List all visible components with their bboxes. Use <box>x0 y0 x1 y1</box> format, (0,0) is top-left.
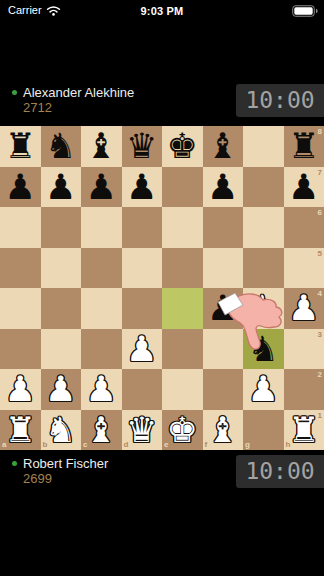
square-g2[interactable]: ♟ <box>243 369 284 410</box>
rank-label-3: 3 <box>318 331 322 339</box>
square-b2[interactable]: ♟ <box>41 369 82 410</box>
piece-white-pawn[interactable]: ♟ <box>41 369 82 410</box>
square-h8[interactable]: ♜8 <box>284 126 324 167</box>
file-label-c: c <box>83 441 87 449</box>
square-h3[interactable]: 3 <box>284 329 324 370</box>
piece-black-pawn[interactable]: ♟ <box>81 167 122 208</box>
file-label-h: h <box>286 441 291 449</box>
opponent-row: Alexander Alekhine 2712 10:00 <box>0 83 324 117</box>
player-row: Robert Fischer 2699 10:00 <box>0 454 324 488</box>
square-c7[interactable]: ♟ <box>81 167 122 208</box>
online-status-dot <box>12 461 17 466</box>
square-e2[interactable] <box>162 369 203 410</box>
square-c1[interactable]: ♝c <box>81 410 122 451</box>
square-d1[interactable]: ♛d <box>122 410 163 451</box>
piece-black-pawn[interactable]: ♟ <box>203 167 244 208</box>
player-rating: 2699 <box>23 471 108 486</box>
piece-black-pawn[interactable]: ♟ <box>203 288 244 329</box>
opponent-name: Alexander Alekhine <box>23 85 134 100</box>
square-g7[interactable] <box>243 167 284 208</box>
square-b7[interactable]: ♟ <box>41 167 82 208</box>
square-a2[interactable]: ♟ <box>0 369 41 410</box>
file-label-a: a <box>2 441 6 449</box>
square-e4[interactable] <box>162 288 203 329</box>
square-g4[interactable]: ♞ <box>243 288 284 329</box>
square-f2[interactable] <box>203 369 244 410</box>
square-g8[interactable] <box>243 126 284 167</box>
square-c2[interactable]: ♟ <box>81 369 122 410</box>
rank-label-8: 8 <box>318 128 322 136</box>
square-a3[interactable] <box>0 329 41 370</box>
square-d5[interactable] <box>122 248 163 289</box>
square-a1[interactable]: ♜a <box>0 410 41 451</box>
square-c5[interactable] <box>81 248 122 289</box>
square-e1[interactable]: ♚e <box>162 410 203 451</box>
square-h7[interactable]: ♟7 <box>284 167 324 208</box>
status-bar: Carrier 9:03 PM <box>0 0 324 24</box>
square-h1[interactable]: ♜1h <box>284 410 324 451</box>
square-b3[interactable] <box>41 329 82 370</box>
square-d8[interactable]: ♛ <box>122 126 163 167</box>
square-b5[interactable] <box>41 248 82 289</box>
square-g6[interactable] <box>243 207 284 248</box>
square-e8[interactable]: ♚ <box>162 126 203 167</box>
rank-label-6: 6 <box>318 209 322 217</box>
square-h5[interactable]: 5 <box>284 248 324 289</box>
piece-black-pawn[interactable]: ♟ <box>122 167 163 208</box>
clock-time: 9:03 PM <box>0 5 324 17</box>
battery-icon <box>292 5 318 17</box>
square-b4[interactable] <box>41 288 82 329</box>
square-b8[interactable]: ♞ <box>41 126 82 167</box>
square-e6[interactable] <box>162 207 203 248</box>
square-f7[interactable]: ♟ <box>203 167 244 208</box>
square-a6[interactable] <box>0 207 41 248</box>
square-f1[interactable]: ♝f <box>203 410 244 451</box>
piece-white-pawn[interactable]: ♟ <box>243 369 284 410</box>
piece-black-knight[interactable]: ♞ <box>243 329 284 370</box>
square-c8[interactable]: ♝ <box>81 126 122 167</box>
piece-black-king[interactable]: ♚ <box>162 126 203 167</box>
piece-black-knight[interactable]: ♞ <box>41 126 82 167</box>
player-clock: 10:00 <box>236 455 324 488</box>
piece-white-pawn[interactable]: ♟ <box>0 369 41 410</box>
square-h4[interactable]: ♟4 <box>284 288 324 329</box>
square-f5[interactable] <box>203 248 244 289</box>
square-h2[interactable]: 2 <box>284 369 324 410</box>
square-a4[interactable] <box>0 288 41 329</box>
square-f6[interactable] <box>203 207 244 248</box>
square-g1[interactable]: g <box>243 410 284 451</box>
square-f4[interactable]: ♟ <box>203 288 244 329</box>
square-c4[interactable] <box>81 288 122 329</box>
rank-label-5: 5 <box>318 250 322 258</box>
square-d6[interactable] <box>122 207 163 248</box>
piece-black-bishop[interactable]: ♝ <box>203 126 244 167</box>
square-d2[interactable] <box>122 369 163 410</box>
rank-label-7: 7 <box>318 169 322 177</box>
piece-black-pawn[interactable]: ♟ <box>41 167 82 208</box>
square-d3[interactable]: ♟ <box>122 329 163 370</box>
square-d4[interactable] <box>122 288 163 329</box>
file-label-f: f <box>205 441 208 449</box>
rank-label-2: 2 <box>318 371 322 379</box>
square-h6[interactable]: 6 <box>284 207 324 248</box>
square-b6[interactable] <box>41 207 82 248</box>
piece-white-knight[interactable]: ♞ <box>243 288 284 329</box>
piece-black-pawn[interactable]: ♟ <box>0 167 41 208</box>
piece-white-pawn[interactable]: ♟ <box>81 369 122 410</box>
opponent-rating: 2712 <box>23 100 134 115</box>
square-b1[interactable]: ♞b <box>41 410 82 451</box>
rank-label-4: 4 <box>318 290 322 298</box>
piece-black-queen[interactable]: ♛ <box>122 126 163 167</box>
piece-white-bishop[interactable]: ♝ <box>203 410 244 451</box>
piece-black-bishop[interactable]: ♝ <box>81 126 122 167</box>
file-label-d: d <box>124 441 129 449</box>
square-g3[interactable]: ♞ <box>243 329 284 370</box>
square-f8[interactable]: ♝ <box>203 126 244 167</box>
player-name: Robert Fischer <box>23 456 108 471</box>
square-g5[interactable] <box>243 248 284 289</box>
square-e7[interactable] <box>162 167 203 208</box>
opponent-clock: 10:00 <box>236 84 324 117</box>
square-e3[interactable] <box>162 329 203 370</box>
square-a5[interactable] <box>0 248 41 289</box>
online-status-dot <box>12 90 17 95</box>
piece-black-rook[interactable]: ♜ <box>0 126 41 167</box>
square-d7[interactable]: ♟ <box>122 167 163 208</box>
chess-board: ♜♞♝♛♚♝♜8♟♟♟♟♟♟765♟♞♟4♟♞3♟♟♟♟2♜a♞b♝c♛d♚e♝… <box>0 126 324 450</box>
file-label-g: g <box>245 441 250 449</box>
square-a7[interactable]: ♟ <box>0 167 41 208</box>
square-c6[interactable] <box>81 207 122 248</box>
rank-label-1: 1 <box>318 412 322 420</box>
square-e5[interactable] <box>162 248 203 289</box>
file-label-e: e <box>164 441 168 449</box>
square-c3[interactable] <box>81 329 122 370</box>
square-a8[interactable]: ♜ <box>0 126 41 167</box>
square-f3[interactable] <box>203 329 244 370</box>
file-label-b: b <box>43 441 48 449</box>
piece-white-pawn[interactable]: ♟ <box>122 329 163 370</box>
